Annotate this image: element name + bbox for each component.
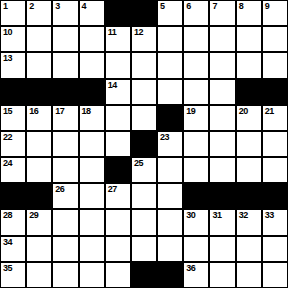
- white-cell[interactable]: [106, 106, 130, 130]
- clue-number: 8: [239, 1, 244, 11]
- white-cell[interactable]: 26: [53, 184, 77, 208]
- white-cell[interactable]: 10: [1, 27, 25, 51]
- white-cell[interactable]: [158, 237, 182, 261]
- white-cell[interactable]: 35: [1, 263, 25, 287]
- white-cell[interactable]: [27, 237, 51, 261]
- white-cell[interactable]: [210, 158, 234, 182]
- black-cell: [53, 80, 77, 104]
- clue-number: 9: [265, 1, 270, 11]
- white-cell[interactable]: 4: [80, 1, 104, 25]
- clue-number: 18: [82, 106, 91, 116]
- white-cell[interactable]: [106, 210, 130, 234]
- clue-number: 12: [134, 27, 143, 37]
- clue-number: 10: [3, 27, 12, 37]
- white-cell[interactable]: [237, 158, 261, 182]
- white-cell[interactable]: [210, 80, 234, 104]
- clue-number: 27: [108, 184, 117, 194]
- white-cell[interactable]: 19: [184, 106, 208, 130]
- white-cell[interactable]: 8: [237, 1, 261, 25]
- clue-number: 5: [160, 1, 165, 11]
- white-cell[interactable]: 17: [53, 106, 77, 130]
- clue-number: 24: [3, 158, 12, 168]
- white-cell[interactable]: [80, 237, 104, 261]
- white-cell[interactable]: 12: [132, 27, 156, 51]
- white-cell[interactable]: 22: [1, 132, 25, 156]
- black-cell: [263, 184, 287, 208]
- black-cell: [106, 1, 130, 25]
- white-cell[interactable]: [263, 158, 287, 182]
- white-cell[interactable]: [80, 184, 104, 208]
- white-cell[interactable]: 24: [1, 158, 25, 182]
- clue-number: 6: [186, 1, 191, 11]
- black-cell: [263, 80, 287, 104]
- white-cell[interactable]: [27, 158, 51, 182]
- white-cell[interactable]: [106, 132, 130, 156]
- white-cell[interactable]: [132, 210, 156, 234]
- white-cell[interactable]: [210, 106, 234, 130]
- black-cell: [158, 263, 182, 287]
- white-cell[interactable]: 13: [1, 53, 25, 77]
- white-cell[interactable]: [132, 53, 156, 77]
- black-cell: [1, 184, 25, 208]
- white-cell[interactable]: [210, 263, 234, 287]
- black-cell: [27, 184, 51, 208]
- crossword-board: 1234567891011121314151617181920212223242…: [0, 0, 288, 288]
- black-cell: [132, 263, 156, 287]
- clue-number: 19: [186, 106, 195, 116]
- clue-number: 23: [160, 132, 169, 142]
- clue-number: 1: [3, 1, 8, 11]
- black-cell: [80, 80, 104, 104]
- white-cell[interactable]: [237, 237, 261, 261]
- white-cell[interactable]: [132, 106, 156, 130]
- black-cell: [27, 80, 51, 104]
- clue-number: 22: [3, 132, 12, 142]
- clue-number: 7: [212, 1, 217, 11]
- white-cell[interactable]: [158, 27, 182, 51]
- white-cell[interactable]: [106, 237, 130, 261]
- clue-number: 31: [212, 210, 221, 220]
- white-cell[interactable]: [158, 210, 182, 234]
- white-cell[interactable]: [80, 53, 104, 77]
- white-cell[interactable]: [53, 158, 77, 182]
- white-cell[interactable]: [158, 53, 182, 77]
- white-cell[interactable]: 14: [106, 80, 130, 104]
- clue-number: 4: [82, 1, 87, 11]
- white-cell[interactable]: 11: [106, 27, 130, 51]
- white-cell[interactable]: 30: [184, 210, 208, 234]
- white-cell[interactable]: 5: [158, 1, 182, 25]
- black-cell: [237, 80, 261, 104]
- white-cell[interactable]: [158, 184, 182, 208]
- white-cell[interactable]: 29: [27, 210, 51, 234]
- white-cell[interactable]: 1: [1, 1, 25, 25]
- white-cell[interactable]: [80, 132, 104, 156]
- clue-number: 3: [55, 1, 60, 11]
- white-cell[interactable]: 18: [80, 106, 104, 130]
- white-cell[interactable]: 16: [27, 106, 51, 130]
- white-cell[interactable]: [53, 263, 77, 287]
- clue-number: 16: [29, 106, 38, 116]
- white-cell[interactable]: [106, 263, 130, 287]
- white-cell[interactable]: [132, 184, 156, 208]
- white-cell[interactable]: 31: [210, 210, 234, 234]
- white-cell[interactable]: 15: [1, 106, 25, 130]
- clue-number: 32: [239, 210, 248, 220]
- white-cell[interactable]: [237, 263, 261, 287]
- white-cell[interactable]: [210, 53, 234, 77]
- black-cell: [106, 158, 130, 182]
- white-cell[interactable]: [263, 53, 287, 77]
- white-cell[interactable]: [53, 53, 77, 77]
- white-cell[interactable]: [210, 237, 234, 261]
- white-cell[interactable]: 32: [237, 210, 261, 234]
- black-cell: [132, 132, 156, 156]
- white-cell[interactable]: [184, 158, 208, 182]
- white-cell[interactable]: 36: [184, 263, 208, 287]
- clue-number: 25: [134, 158, 143, 168]
- white-cell[interactable]: 3: [53, 1, 77, 25]
- white-cell[interactable]: [263, 27, 287, 51]
- white-cell[interactable]: [158, 80, 182, 104]
- black-cell: [1, 80, 25, 104]
- white-cell[interactable]: 21: [263, 106, 287, 130]
- white-cell[interactable]: [53, 27, 77, 51]
- white-cell[interactable]: [53, 237, 77, 261]
- clue-number: 17: [55, 106, 64, 116]
- white-cell[interactable]: [80, 263, 104, 287]
- white-cell[interactable]: 25: [132, 158, 156, 182]
- clue-number: 34: [3, 237, 12, 247]
- clue-number: 2: [29, 1, 34, 11]
- clue-number: 21: [265, 106, 274, 116]
- white-cell[interactable]: 9: [263, 1, 287, 25]
- white-cell[interactable]: [237, 27, 261, 51]
- white-cell[interactable]: [184, 80, 208, 104]
- clue-number: 36: [186, 263, 195, 273]
- white-cell[interactable]: 33: [263, 210, 287, 234]
- white-cell[interactable]: 20: [237, 106, 261, 130]
- clue-number: 14: [108, 80, 117, 90]
- white-cell[interactable]: 7: [210, 1, 234, 25]
- white-cell[interactable]: [53, 132, 77, 156]
- white-cell[interactable]: [27, 27, 51, 51]
- black-cell: [184, 184, 208, 208]
- white-cell[interactable]: 6: [184, 1, 208, 25]
- white-cell[interactable]: [263, 132, 287, 156]
- clue-number: 20: [239, 106, 248, 116]
- white-cell[interactable]: [80, 210, 104, 234]
- white-cell[interactable]: [184, 27, 208, 51]
- white-cell[interactable]: [27, 53, 51, 77]
- white-cell[interactable]: 2: [27, 1, 51, 25]
- white-cell[interactable]: [184, 237, 208, 261]
- clue-number: 30: [186, 210, 195, 220]
- white-cell[interactable]: [184, 53, 208, 77]
- white-cell[interactable]: [210, 132, 234, 156]
- white-cell[interactable]: 28: [1, 210, 25, 234]
- white-cell[interactable]: [263, 263, 287, 287]
- white-cell[interactable]: [237, 132, 261, 156]
- clue-number: 11: [108, 27, 117, 37]
- clue-number: 29: [29, 210, 38, 220]
- black-cell: [132, 1, 156, 25]
- white-cell[interactable]: [158, 158, 182, 182]
- black-cell: [237, 184, 261, 208]
- white-cell[interactable]: [184, 132, 208, 156]
- white-cell[interactable]: [80, 158, 104, 182]
- white-cell[interactable]: [53, 210, 77, 234]
- white-cell[interactable]: [263, 237, 287, 261]
- white-cell[interactable]: [27, 132, 51, 156]
- clue-number: 13: [3, 53, 12, 63]
- white-cell[interactable]: [210, 27, 234, 51]
- white-cell[interactable]: [80, 27, 104, 51]
- white-cell[interactable]: [237, 53, 261, 77]
- clue-number: 28: [3, 210, 12, 220]
- clue-number: 35: [3, 263, 12, 273]
- clue-number: 33: [265, 210, 274, 220]
- white-cell[interactable]: 27: [106, 184, 130, 208]
- white-cell[interactable]: [27, 263, 51, 287]
- white-cell[interactable]: 34: [1, 237, 25, 261]
- white-cell[interactable]: 23: [158, 132, 182, 156]
- white-cell[interactable]: [106, 53, 130, 77]
- black-cell: [158, 106, 182, 130]
- white-cell[interactable]: [132, 237, 156, 261]
- clue-number: 26: [55, 184, 64, 194]
- white-cell[interactable]: [132, 80, 156, 104]
- clue-number: 15: [3, 106, 12, 116]
- black-cell: [210, 184, 234, 208]
